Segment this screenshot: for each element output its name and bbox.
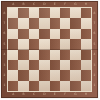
square-c2[interactable] bbox=[29, 70, 39, 80]
square-c8[interactable] bbox=[29, 8, 39, 18]
square-d4[interactable] bbox=[39, 50, 49, 60]
square-g6[interactable] bbox=[70, 29, 80, 39]
rank-label: 4 bbox=[92, 50, 97, 60]
square-c4[interactable] bbox=[29, 50, 39, 60]
file-label: G bbox=[70, 92, 80, 97]
square-b5[interactable] bbox=[18, 39, 28, 49]
file-label: B bbox=[18, 92, 28, 97]
square-b3[interactable] bbox=[18, 60, 28, 70]
square-b4[interactable] bbox=[18, 50, 28, 60]
rank-label: 3 bbox=[92, 60, 97, 70]
rank-label: 1 bbox=[92, 81, 97, 91]
square-e7[interactable] bbox=[50, 18, 60, 28]
square-d1[interactable] bbox=[39, 81, 49, 91]
square-d3[interactable] bbox=[39, 60, 49, 70]
square-h1[interactable] bbox=[81, 81, 91, 91]
square-d7[interactable] bbox=[39, 18, 49, 28]
square-b2[interactable] bbox=[18, 70, 28, 80]
square-e6[interactable] bbox=[50, 29, 60, 39]
file-labels-bottom: ABCDEFGH bbox=[8, 92, 91, 97]
square-h2[interactable] bbox=[81, 70, 91, 80]
square-b8[interactable] bbox=[18, 8, 28, 18]
square-c1[interactable] bbox=[29, 81, 39, 91]
board-grid bbox=[7, 7, 92, 92]
square-e5[interactable] bbox=[50, 39, 60, 49]
file-label: C bbox=[29, 92, 39, 97]
square-c5[interactable] bbox=[29, 39, 39, 49]
square-h4[interactable] bbox=[81, 50, 91, 60]
rank-labels-right: 87654321 bbox=[92, 8, 97, 91]
square-a1[interactable] bbox=[8, 81, 18, 91]
square-g7[interactable] bbox=[70, 18, 80, 28]
square-a4[interactable] bbox=[8, 50, 18, 60]
square-f4[interactable] bbox=[60, 50, 70, 60]
square-f8[interactable] bbox=[60, 8, 70, 18]
square-d6[interactable] bbox=[39, 29, 49, 39]
square-e1[interactable] bbox=[50, 81, 60, 91]
square-a8[interactable] bbox=[8, 8, 18, 18]
file-label: F bbox=[60, 92, 70, 97]
square-a6[interactable] bbox=[8, 29, 18, 39]
square-b6[interactable] bbox=[18, 29, 28, 39]
square-f2[interactable] bbox=[60, 70, 70, 80]
square-e8[interactable] bbox=[50, 8, 60, 18]
rank-label: 5 bbox=[92, 39, 97, 49]
file-label: D bbox=[39, 92, 49, 97]
square-f3[interactable] bbox=[60, 60, 70, 70]
square-a7[interactable] bbox=[8, 18, 18, 28]
square-e3[interactable] bbox=[50, 60, 60, 70]
square-h6[interactable] bbox=[81, 29, 91, 39]
square-g1[interactable] bbox=[70, 81, 80, 91]
square-c6[interactable] bbox=[29, 29, 39, 39]
square-h3[interactable] bbox=[81, 60, 91, 70]
square-g8[interactable] bbox=[70, 8, 80, 18]
square-d5[interactable] bbox=[39, 39, 49, 49]
chessboard-frame: ABCDEFGH ABCDEFGH 87654321 87654321 bbox=[1, 1, 98, 98]
square-a2[interactable] bbox=[8, 70, 18, 80]
square-g4[interactable] bbox=[70, 50, 80, 60]
square-g3[interactable] bbox=[70, 60, 80, 70]
square-f7[interactable] bbox=[60, 18, 70, 28]
square-a3[interactable] bbox=[8, 60, 18, 70]
square-h5[interactable] bbox=[81, 39, 91, 49]
square-e2[interactable] bbox=[50, 70, 60, 80]
file-label: E bbox=[50, 92, 60, 97]
square-f1[interactable] bbox=[60, 81, 70, 91]
square-e4[interactable] bbox=[50, 50, 60, 60]
square-b1[interactable] bbox=[18, 81, 28, 91]
square-a5[interactable] bbox=[8, 39, 18, 49]
square-h7[interactable] bbox=[81, 18, 91, 28]
square-b7[interactable] bbox=[18, 18, 28, 28]
square-g5[interactable] bbox=[70, 39, 80, 49]
file-label: H bbox=[81, 92, 91, 97]
square-c7[interactable] bbox=[29, 18, 39, 28]
rank-label: 7 bbox=[92, 18, 97, 28]
file-label: A bbox=[8, 92, 18, 97]
square-f5[interactable] bbox=[60, 39, 70, 49]
square-f6[interactable] bbox=[60, 29, 70, 39]
square-h8[interactable] bbox=[81, 8, 91, 18]
rank-label: 6 bbox=[92, 29, 97, 39]
square-c3[interactable] bbox=[29, 60, 39, 70]
rank-label: 2 bbox=[92, 70, 97, 80]
rank-label: 8 bbox=[92, 8, 97, 18]
square-d2[interactable] bbox=[39, 70, 49, 80]
square-d8[interactable] bbox=[39, 8, 49, 18]
square-g2[interactable] bbox=[70, 70, 80, 80]
